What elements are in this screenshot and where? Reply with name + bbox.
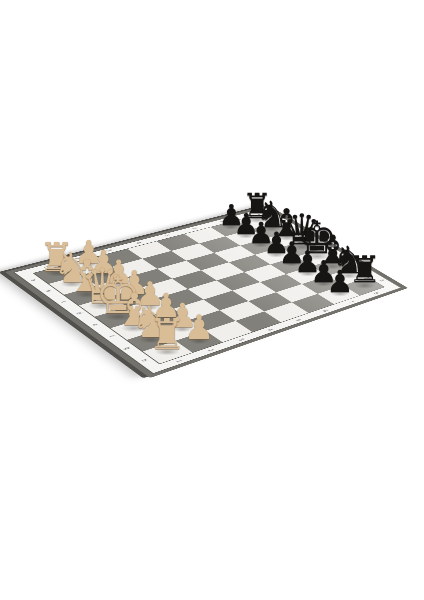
product-photo-background: aa88bb77cc66dd55ee44ff33gg22hh11 ♜♞♝♛♚♝♞…: [0, 0, 424, 600]
piece-white-rook: ♜: [148, 314, 186, 356]
piece-white-pawn: ♟: [184, 311, 214, 345]
piece-black-pawn: ♟: [326, 267, 353, 298]
